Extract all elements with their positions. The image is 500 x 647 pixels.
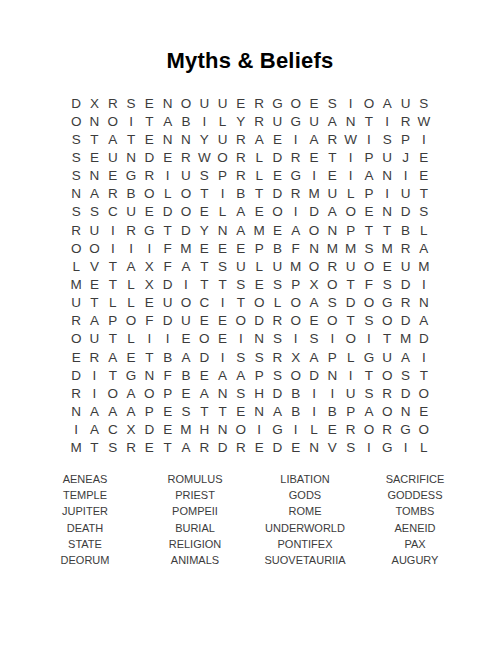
grid-cell[interactable]: D	[396, 275, 414, 293]
grid-cell[interactable]: L	[415, 221, 433, 239]
grid-cell[interactable]: E	[85, 148, 103, 166]
grid-cell[interactable]: O	[360, 257, 378, 275]
grid-cell[interactable]: A	[360, 167, 378, 185]
grid-cell[interactable]: P	[213, 167, 231, 185]
grid-cell[interactable]: A	[85, 312, 103, 330]
grid-cell[interactable]: D	[396, 312, 414, 330]
grid-cell[interactable]: I	[213, 185, 231, 203]
grid-cell[interactable]: S	[378, 275, 396, 293]
grid-cell[interactable]: S	[341, 439, 359, 457]
grid-cell[interactable]: T	[140, 112, 158, 130]
grid-cell[interactable]: O	[341, 203, 359, 221]
grid-cell[interactable]: D	[67, 366, 85, 384]
grid-cell[interactable]: I	[305, 167, 323, 185]
grid-cell[interactable]: P	[159, 384, 177, 402]
grid-cell[interactable]: L	[67, 257, 85, 275]
grid-cell[interactable]: B	[177, 366, 195, 384]
grid-cell[interactable]: M	[323, 239, 341, 257]
grid-cell[interactable]: T	[378, 330, 396, 348]
grid-cell[interactable]: B	[122, 185, 140, 203]
grid-cell[interactable]: T	[195, 402, 213, 420]
grid-cell[interactable]: L	[415, 439, 433, 457]
grid-cell[interactable]: O	[213, 148, 231, 166]
grid-cell[interactable]: C	[104, 421, 122, 439]
grid-cell[interactable]: T	[104, 366, 122, 384]
grid-cell[interactable]: T	[415, 366, 433, 384]
grid-cell[interactable]: E	[213, 312, 231, 330]
grid-cell[interactable]: X	[140, 275, 158, 293]
grid-cell[interactable]: I	[159, 167, 177, 185]
grid-cell[interactable]: N	[323, 366, 341, 384]
grid-cell[interactable]: I	[360, 439, 378, 457]
grid-cell[interactable]: O	[177, 185, 195, 203]
grid-cell[interactable]: G	[287, 167, 305, 185]
grid-cell[interactable]: O	[177, 294, 195, 312]
grid-cell[interactable]: R	[232, 439, 250, 457]
grid-cell[interactable]: D	[177, 221, 195, 239]
grid-cell[interactable]: R	[268, 312, 286, 330]
grid-cell[interactable]: I	[360, 330, 378, 348]
grid-cell[interactable]: E	[250, 275, 268, 293]
grid-cell[interactable]: E	[268, 221, 286, 239]
grid-cell[interactable]: I	[415, 348, 433, 366]
grid-cell[interactable]: I	[104, 239, 122, 257]
grid-cell[interactable]: E	[415, 167, 433, 185]
grid-cell[interactable]: E	[177, 330, 195, 348]
grid-cell[interactable]: P	[104, 312, 122, 330]
grid-cell[interactable]: B	[159, 348, 177, 366]
grid-cell[interactable]: U	[396, 257, 414, 275]
grid-cell[interactable]: D	[305, 366, 323, 384]
grid-cell[interactable]: E	[232, 239, 250, 257]
grid-cell[interactable]: V	[323, 439, 341, 457]
grid-cell[interactable]: E	[305, 148, 323, 166]
grid-cell[interactable]: D	[341, 294, 359, 312]
grid-cell[interactable]: R	[250, 94, 268, 112]
grid-cell[interactable]: A	[305, 294, 323, 312]
grid-cell[interactable]: D	[268, 185, 286, 203]
grid-cell[interactable]: S	[323, 94, 341, 112]
grid-cell[interactable]: E	[287, 439, 305, 457]
grid-cell[interactable]: G	[122, 167, 140, 185]
grid-cell[interactable]: A	[232, 203, 250, 221]
grid-cell[interactable]: N	[159, 94, 177, 112]
grid-cell[interactable]: A	[177, 348, 195, 366]
grid-cell[interactable]: U	[268, 112, 286, 130]
grid-cell[interactable]: A	[305, 348, 323, 366]
grid-cell[interactable]: E	[213, 239, 231, 257]
grid-cell[interactable]: T	[341, 275, 359, 293]
grid-cell[interactable]: O	[360, 421, 378, 439]
grid-cell[interactable]: M	[378, 239, 396, 257]
grid-cell[interactable]: T	[140, 348, 158, 366]
grid-cell[interactable]: D	[268, 439, 286, 457]
grid-cell[interactable]: U	[177, 312, 195, 330]
grid-cell[interactable]: R	[341, 421, 359, 439]
grid-cell[interactable]: S	[415, 94, 433, 112]
grid-cell[interactable]: E	[159, 402, 177, 420]
grid-cell[interactable]: S	[232, 384, 250, 402]
grid-cell[interactable]: E	[140, 94, 158, 112]
grid-cell[interactable]: T	[122, 130, 140, 148]
grid-cell[interactable]: G	[378, 294, 396, 312]
grid-cell[interactable]: U	[305, 112, 323, 130]
grid-cell[interactable]: E	[195, 366, 213, 384]
grid-cell[interactable]: A	[104, 348, 122, 366]
grid-cell[interactable]: I	[287, 421, 305, 439]
grid-cell[interactable]: R	[122, 221, 140, 239]
grid-cell[interactable]: U	[396, 185, 414, 203]
grid-cell[interactable]: S	[67, 148, 85, 166]
grid-cell[interactable]: D	[140, 148, 158, 166]
grid-cell[interactable]: D	[213, 439, 231, 457]
grid-cell[interactable]: A	[85, 421, 103, 439]
grid-cell[interactable]: N	[213, 221, 231, 239]
grid-cell[interactable]: R	[287, 148, 305, 166]
grid-cell[interactable]: E	[104, 167, 122, 185]
grid-cell[interactable]: T	[85, 294, 103, 312]
grid-cell[interactable]: M	[396, 330, 414, 348]
grid-cell[interactable]: O	[360, 294, 378, 312]
grid-cell[interactable]: R	[396, 239, 414, 257]
grid-cell[interactable]: O	[177, 94, 195, 112]
grid-cell[interactable]: C	[104, 203, 122, 221]
grid-cell[interactable]: U	[195, 94, 213, 112]
grid-cell[interactable]: P	[341, 221, 359, 239]
grid-cell[interactable]: I	[360, 130, 378, 148]
grid-cell[interactable]: E	[140, 130, 158, 148]
grid-cell[interactable]: O	[341, 330, 359, 348]
grid-cell[interactable]: R	[122, 439, 140, 457]
grid-cell[interactable]: I	[287, 203, 305, 221]
grid-cell[interactable]: O	[378, 402, 396, 420]
grid-cell[interactable]: U	[159, 294, 177, 312]
grid-cell[interactable]: O	[104, 112, 122, 130]
grid-cell[interactable]: F	[360, 275, 378, 293]
grid-cell[interactable]: E	[305, 312, 323, 330]
grid-cell[interactable]: E	[323, 421, 341, 439]
grid-cell[interactable]: I	[67, 421, 85, 439]
grid-cell[interactable]: A	[85, 185, 103, 203]
grid-cell[interactable]: D	[305, 203, 323, 221]
grid-cell[interactable]: V	[85, 257, 103, 275]
grid-cell[interactable]: E	[159, 148, 177, 166]
grid-cell[interactable]: I	[213, 348, 231, 366]
grid-cell[interactable]: O	[323, 312, 341, 330]
grid-cell[interactable]: E	[140, 294, 158, 312]
grid-cell[interactable]: R	[232, 148, 250, 166]
grid-cell[interactable]: L	[213, 203, 231, 221]
grid-cell[interactable]: E	[195, 312, 213, 330]
grid-cell[interactable]: T	[360, 112, 378, 130]
grid-cell[interactable]: M	[177, 421, 195, 439]
grid-cell[interactable]: R	[232, 130, 250, 148]
grid-cell[interactable]: A	[232, 366, 250, 384]
grid-cell[interactable]: N	[305, 239, 323, 257]
grid-cell[interactable]: L	[250, 167, 268, 185]
grid-cell[interactable]: T	[250, 185, 268, 203]
grid-cell[interactable]: X	[140, 257, 158, 275]
grid-cell[interactable]: B	[287, 402, 305, 420]
grid-cell[interactable]: E	[195, 239, 213, 257]
grid-cell[interactable]: O	[268, 203, 286, 221]
grid-cell[interactable]: O	[177, 203, 195, 221]
grid-cell[interactable]: E	[415, 402, 433, 420]
grid-cell[interactable]: U	[177, 167, 195, 185]
grid-cell[interactable]: L	[341, 348, 359, 366]
grid-cell[interactable]: O	[67, 239, 85, 257]
grid-cell[interactable]: E	[213, 330, 231, 348]
grid-cell[interactable]: G	[122, 366, 140, 384]
grid-cell[interactable]: O	[378, 366, 396, 384]
grid-cell[interactable]: D	[268, 384, 286, 402]
grid-cell[interactable]: R	[378, 384, 396, 402]
grid-cell[interactable]: T	[195, 185, 213, 203]
grid-cell[interactable]: P	[140, 402, 158, 420]
grid-cell[interactable]: P	[341, 402, 359, 420]
grid-cell[interactable]: X	[85, 94, 103, 112]
grid-cell[interactable]: I	[341, 94, 359, 112]
grid-cell[interactable]: O	[415, 421, 433, 439]
grid-cell[interactable]: W	[341, 130, 359, 148]
grid-cell[interactable]: I	[177, 275, 195, 293]
grid-cell[interactable]: I	[396, 167, 414, 185]
grid-cell[interactable]: E	[378, 257, 396, 275]
grid-cell[interactable]: D	[396, 384, 414, 402]
grid-cell[interactable]: R	[250, 112, 268, 130]
grid-cell[interactable]: M	[250, 221, 268, 239]
grid-cell[interactable]: A	[323, 112, 341, 130]
grid-cell[interactable]: B	[323, 402, 341, 420]
grid-cell[interactable]: P	[250, 239, 268, 257]
grid-cell[interactable]: N	[250, 402, 268, 420]
grid-cell[interactable]: F	[140, 312, 158, 330]
grid-cell[interactable]: U	[122, 203, 140, 221]
grid-cell[interactable]: B	[268, 239, 286, 257]
grid-cell[interactable]: F	[159, 366, 177, 384]
grid-cell[interactable]: I	[378, 185, 396, 203]
grid-cell[interactable]: O	[140, 185, 158, 203]
grid-cell[interactable]: N	[85, 167, 103, 185]
grid-cell[interactable]: M	[287, 257, 305, 275]
grid-cell[interactable]: S	[85, 203, 103, 221]
grid-cell[interactable]: M	[305, 185, 323, 203]
grid-cell[interactable]: D	[159, 203, 177, 221]
grid-cell[interactable]: X	[122, 421, 140, 439]
grid-cell[interactable]: R	[177, 148, 195, 166]
grid-cell[interactable]: L	[104, 294, 122, 312]
grid-cell[interactable]: L	[122, 294, 140, 312]
grid-cell[interactable]: U	[268, 257, 286, 275]
grid-cell[interactable]: S	[177, 402, 195, 420]
grid-cell[interactable]: N	[67, 185, 85, 203]
grid-cell[interactable]: L	[213, 112, 231, 130]
grid-cell[interactable]: E	[140, 439, 158, 457]
grid-cell[interactable]: S	[268, 366, 286, 384]
grid-cell[interactable]: N	[85, 112, 103, 130]
grid-cell[interactable]: O	[360, 94, 378, 112]
grid-cell[interactable]: J	[396, 148, 414, 166]
grid-cell[interactable]: U	[396, 94, 414, 112]
grid-cell[interactable]: I	[104, 221, 122, 239]
grid-cell[interactable]: R	[104, 94, 122, 112]
grid-cell[interactable]: Y	[195, 130, 213, 148]
grid-cell[interactable]: I	[341, 167, 359, 185]
grid-cell[interactable]: R	[85, 348, 103, 366]
grid-cell[interactable]: S	[360, 239, 378, 257]
grid-cell[interactable]: T	[341, 312, 359, 330]
grid-cell[interactable]: I	[287, 130, 305, 148]
grid-cell[interactable]: D	[195, 348, 213, 366]
grid-cell[interactable]: G	[396, 421, 414, 439]
grid-cell[interactable]: U	[323, 185, 341, 203]
grid-cell[interactable]: T	[378, 221, 396, 239]
grid-cell[interactable]: U	[104, 148, 122, 166]
grid-cell[interactable]: O	[287, 366, 305, 384]
grid-cell[interactable]: H	[195, 421, 213, 439]
grid-cell[interactable]: F	[159, 257, 177, 275]
grid-cell[interactable]: L	[122, 330, 140, 348]
grid-cell[interactable]: A	[360, 402, 378, 420]
grid-cell[interactable]: S	[415, 203, 433, 221]
grid-cell[interactable]: M	[341, 239, 359, 257]
grid-cell[interactable]: S	[396, 366, 414, 384]
grid-cell[interactable]: A	[122, 384, 140, 402]
grid-cell[interactable]: T	[104, 330, 122, 348]
grid-cell[interactable]: T	[213, 402, 231, 420]
grid-cell[interactable]: S	[268, 275, 286, 293]
grid-cell[interactable]: E	[305, 94, 323, 112]
grid-cell[interactable]: U	[341, 384, 359, 402]
grid-cell[interactable]: L	[341, 185, 359, 203]
grid-cell[interactable]: G	[268, 421, 286, 439]
grid-cell[interactable]: G	[378, 439, 396, 457]
grid-cell[interactable]: T	[360, 366, 378, 384]
grid-cell[interactable]: I	[415, 275, 433, 293]
grid-cell[interactable]: S	[104, 439, 122, 457]
grid-cell[interactable]: I	[140, 239, 158, 257]
grid-cell[interactable]: O	[67, 112, 85, 130]
grid-cell[interactable]: O	[232, 421, 250, 439]
grid-cell[interactable]: N	[396, 402, 414, 420]
grid-cell[interactable]: I	[341, 366, 359, 384]
grid-cell[interactable]: O	[305, 257, 323, 275]
grid-cell[interactable]: A	[232, 221, 250, 239]
grid-cell[interactable]: S	[360, 384, 378, 402]
grid-cell[interactable]: O	[305, 221, 323, 239]
grid-cell[interactable]: P	[396, 130, 414, 148]
grid-cell[interactable]: O	[67, 330, 85, 348]
grid-cell[interactable]: N	[213, 384, 231, 402]
grid-cell[interactable]: R	[67, 384, 85, 402]
grid-cell[interactable]: I	[195, 112, 213, 130]
grid-cell[interactable]: A	[378, 94, 396, 112]
grid-cell[interactable]: O	[104, 384, 122, 402]
grid-cell[interactable]: N	[159, 130, 177, 148]
grid-cell[interactable]: A	[415, 312, 433, 330]
grid-cell[interactable]: E	[122, 348, 140, 366]
grid-cell[interactable]: I	[250, 421, 268, 439]
grid-cell[interactable]: F	[159, 239, 177, 257]
grid-cell[interactable]: I	[140, 330, 158, 348]
grid-cell[interactable]: S	[232, 275, 250, 293]
grid-cell[interactable]: T	[323, 148, 341, 166]
grid-cell[interactable]: E	[268, 167, 286, 185]
grid-cell[interactable]: P	[360, 148, 378, 166]
grid-cell[interactable]: N	[213, 421, 231, 439]
grid-cell[interactable]: I	[305, 402, 323, 420]
grid-cell[interactable]: E	[360, 203, 378, 221]
grid-cell[interactable]: W	[195, 148, 213, 166]
grid-cell[interactable]: A	[213, 366, 231, 384]
grid-cell[interactable]: S	[67, 203, 85, 221]
grid-cell[interactable]: S	[195, 167, 213, 185]
grid-cell[interactable]: I	[378, 112, 396, 130]
grid-cell[interactable]: R	[287, 185, 305, 203]
grid-cell[interactable]: E	[323, 167, 341, 185]
grid-cell[interactable]: O	[85, 239, 103, 257]
grid-cell[interactable]: R	[232, 167, 250, 185]
grid-cell[interactable]: L	[159, 185, 177, 203]
grid-cell[interactable]: E	[177, 384, 195, 402]
grid-cell[interactable]: D	[140, 421, 158, 439]
grid-cell[interactable]: A	[287, 221, 305, 239]
grid-cell[interactable]: U	[85, 221, 103, 239]
grid-cell[interactable]: R	[268, 348, 286, 366]
grid-cell[interactable]: R	[195, 439, 213, 457]
grid-cell[interactable]: N	[305, 439, 323, 457]
grid-cell[interactable]: T	[232, 294, 250, 312]
grid-cell[interactable]: O	[122, 312, 140, 330]
grid-cell[interactable]: G	[268, 94, 286, 112]
grid-cell[interactable]: U	[378, 148, 396, 166]
grid-cell[interactable]: I	[122, 239, 140, 257]
grid-cell[interactable]: E	[85, 275, 103, 293]
grid-cell[interactable]: N	[341, 112, 359, 130]
grid-cell[interactable]: S	[323, 294, 341, 312]
grid-cell[interactable]: D	[159, 312, 177, 330]
grid-cell[interactable]: N	[177, 130, 195, 148]
grid-cell[interactable]: S	[122, 94, 140, 112]
grid-cell[interactable]: N	[378, 167, 396, 185]
grid-cell[interactable]: E	[159, 421, 177, 439]
grid-cell[interactable]: B	[177, 112, 195, 130]
grid-cell[interactable]: S	[250, 348, 268, 366]
grid-cell[interactable]: O	[287, 312, 305, 330]
grid-cell[interactable]: T	[360, 221, 378, 239]
grid-cell[interactable]: A	[195, 384, 213, 402]
grid-cell[interactable]: I	[323, 330, 341, 348]
grid-cell[interactable]: T	[85, 439, 103, 457]
grid-cell[interactable]: A	[250, 130, 268, 148]
grid-cell[interactable]: E	[232, 94, 250, 112]
grid-cell[interactable]: N	[415, 294, 433, 312]
grid-cell[interactable]: B	[396, 221, 414, 239]
grid-cell[interactable]: A	[85, 402, 103, 420]
grid-cell[interactable]: B	[232, 185, 250, 203]
grid-cell[interactable]: O	[232, 312, 250, 330]
grid-cell[interactable]: T	[104, 257, 122, 275]
grid-cell[interactable]: A	[415, 239, 433, 257]
grid-cell[interactable]: T	[104, 275, 122, 293]
grid-cell[interactable]: R	[67, 221, 85, 239]
grid-cell[interactable]: T	[195, 257, 213, 275]
grid-cell[interactable]: A	[122, 402, 140, 420]
grid-cell[interactable]: E	[250, 203, 268, 221]
grid-cell[interactable]: E	[67, 348, 85, 366]
grid-cell[interactable]: M	[177, 239, 195, 257]
grid-cell[interactable]: I	[341, 148, 359, 166]
